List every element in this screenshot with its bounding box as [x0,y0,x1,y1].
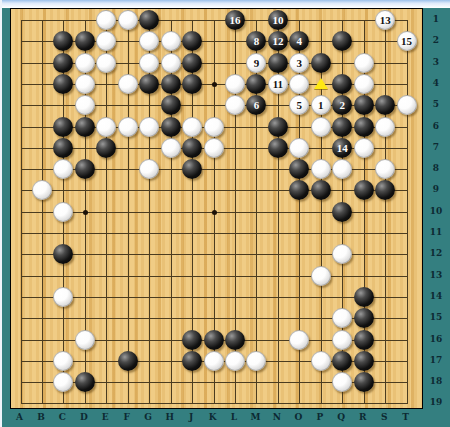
stone-black[interactable] [75,372,95,392]
stone-black[interactable] [268,138,288,158]
stone-black-move-12[interactable]: 12 [268,31,288,51]
stone-white[interactable] [139,53,159,73]
column-label-J: J [181,412,201,422]
stone-white[interactable] [225,74,245,94]
goban[interactable]: 1610138124159311651214 [10,8,423,409]
hoshi-point [212,82,217,87]
stone-black[interactable] [161,95,181,115]
stone-black[interactable] [332,74,352,94]
stone-black[interactable] [53,138,73,158]
column-label-S: S [374,412,394,422]
column-label-D: D [74,412,94,422]
row-label-18: 18 [424,376,448,386]
stone-white[interactable] [332,372,352,392]
stone-white[interactable] [289,74,309,94]
stone-white[interactable] [53,159,73,179]
stone-black[interactable] [354,330,374,350]
stone-white[interactable] [75,330,95,350]
column-label-R: R [353,412,373,422]
stone-white-move-1[interactable]: 1 [311,95,331,115]
grid-line-vertical [407,20,408,404]
row-label-3: 3 [424,57,448,67]
triangle-marker [314,78,328,89]
column-label-L: L [224,412,244,422]
stone-white[interactable] [96,117,116,137]
column-label-E: E [95,412,115,422]
stone-black[interactable] [75,117,95,137]
stone-white[interactable] [311,351,331,371]
row-label-2: 2 [424,35,448,45]
stone-black[interactable] [311,53,331,73]
stone-black[interactable] [354,180,374,200]
stone-black[interactable] [289,159,309,179]
grid-line-vertical [385,20,386,404]
column-label-H: H [160,412,180,422]
column-label-N: N [267,412,287,422]
column-label-K: K [203,412,223,422]
stone-black[interactable] [182,138,202,158]
stone-white[interactable] [332,308,352,328]
stone-black[interactable] [182,330,202,350]
row-label-4: 4 [424,78,448,88]
stone-black-move-4[interactable]: 4 [289,31,309,51]
stone-black[interactable] [332,351,352,371]
stone-white[interactable] [161,31,181,51]
stone-white[interactable] [375,159,395,179]
stone-black[interactable] [332,117,352,137]
stone-black[interactable] [182,159,202,179]
stone-black[interactable] [53,117,73,137]
grid-line-horizontal [21,403,408,404]
stone-black[interactable] [354,117,374,137]
stone-white[interactable] [204,138,224,158]
stone-white-move-5[interactable]: 5 [289,95,309,115]
stone-white[interactable] [118,117,138,137]
stone-white[interactable] [75,95,95,115]
stone-white[interactable] [311,266,331,286]
stone-black[interactable] [354,95,374,115]
row-label-1: 1 [424,14,448,24]
stone-white[interactable] [246,351,266,371]
stone-black[interactable] [375,180,395,200]
stone-black[interactable] [182,53,202,73]
stone-black[interactable] [161,74,181,94]
stone-white-move-11[interactable]: 11 [268,74,288,94]
stone-black[interactable] [118,351,138,371]
grid-line-horizontal [21,297,408,298]
row-label-16: 16 [424,334,448,344]
row-label-13: 13 [424,270,448,280]
stone-white[interactable] [53,287,73,307]
stone-white[interactable] [311,117,331,137]
stone-white[interactable] [118,74,138,94]
grid-line-horizontal [21,233,408,234]
stone-black[interactable] [182,31,202,51]
stone-white[interactable] [332,330,352,350]
stone-black[interactable] [161,117,181,137]
stone-black[interactable] [332,202,352,222]
stone-black[interactable] [182,351,202,371]
stone-black[interactable] [53,244,73,264]
stone-white-move-15[interactable]: 15 [397,31,417,51]
stone-white-move-13[interactable]: 13 [375,10,395,30]
stone-black[interactable] [354,287,374,307]
stone-black[interactable] [53,53,73,73]
stone-black[interactable] [53,31,73,51]
column-label-M: M [245,412,265,422]
stone-white[interactable] [75,53,95,73]
stone-white[interactable] [204,351,224,371]
stone-black[interactable] [268,53,288,73]
stone-white-move-3[interactable]: 3 [289,53,309,73]
stone-white[interactable] [397,95,417,115]
stone-white[interactable] [96,10,116,30]
row-label-15: 15 [424,312,448,322]
stone-white[interactable] [53,202,73,222]
stone-black[interactable] [139,74,159,94]
stone-black[interactable] [354,351,374,371]
stone-white-move-9[interactable]: 9 [246,53,266,73]
stone-black-move-10[interactable]: 10 [268,10,288,30]
stone-black[interactable] [53,74,73,94]
stone-black[interactable] [311,180,331,200]
stone-white[interactable] [96,53,116,73]
stone-black[interactable] [225,330,245,350]
stone-white[interactable] [225,95,245,115]
stone-white[interactable] [139,159,159,179]
stone-white[interactable] [354,53,374,73]
go-app-window: 1610138124159311651214 12345678910111213… [0,0,450,427]
column-label-C: C [52,412,72,422]
window-left-edge [0,0,2,427]
row-label-5: 5 [424,99,448,109]
stone-black-move-6[interactable]: 6 [246,95,266,115]
column-label-F: F [117,412,137,422]
row-label-12: 12 [424,248,448,258]
stone-white[interactable] [32,180,52,200]
stone-white[interactable] [354,74,374,94]
stone-black-move-2[interactable]: 2 [332,95,352,115]
stone-white[interactable] [182,117,202,137]
stone-white[interactable] [375,117,395,137]
hoshi-point [212,210,217,215]
stone-black[interactable] [246,74,266,94]
stone-white[interactable] [53,351,73,371]
row-label-8: 8 [424,163,448,173]
stone-white[interactable] [225,351,245,371]
stone-white[interactable] [354,138,374,158]
stone-white[interactable] [139,117,159,137]
stone-white[interactable] [96,31,116,51]
row-label-9: 9 [424,184,448,194]
stone-white[interactable] [161,53,181,73]
column-label-A: A [10,412,30,422]
stone-white[interactable] [118,10,138,30]
stone-black[interactable] [75,31,95,51]
column-label-O: O [288,412,308,422]
stone-white[interactable] [311,159,331,179]
column-label-T: T [396,412,416,422]
stone-white[interactable] [139,31,159,51]
stone-white[interactable] [161,138,181,158]
stone-white[interactable] [289,330,309,350]
stone-black[interactable] [332,31,352,51]
stone-black[interactable] [96,138,116,158]
row-label-11: 11 [424,227,448,237]
hoshi-point [83,210,88,215]
stone-white[interactable] [204,117,224,137]
column-label-G: G [138,412,158,422]
stone-black-move-16[interactable]: 16 [225,10,245,30]
stone-black[interactable] [204,330,224,350]
column-label-B: B [31,412,51,422]
grid-line-horizontal [21,276,408,277]
row-label-10: 10 [424,206,448,216]
row-label-6: 6 [424,121,448,131]
stone-black[interactable] [354,308,374,328]
stone-white[interactable] [75,74,95,94]
stone-black-move-8[interactable]: 8 [246,31,266,51]
row-label-19: 19 [424,397,448,407]
stone-white[interactable] [53,372,73,392]
stone-black-move-14[interactable]: 14 [332,138,352,158]
column-label-Q: Q [331,412,351,422]
stone-white[interactable] [289,138,309,158]
row-label-17: 17 [424,355,448,365]
row-label-14: 14 [424,291,448,301]
stone-black[interactable] [139,10,159,30]
stone-white[interactable] [332,159,352,179]
stone-white[interactable] [332,244,352,264]
stone-black[interactable] [375,95,395,115]
stone-black[interactable] [182,74,202,94]
stone-black[interactable] [354,372,374,392]
stone-black[interactable] [289,180,309,200]
stone-black[interactable] [268,117,288,137]
row-label-7: 7 [424,142,448,152]
stone-black[interactable] [75,159,95,179]
window-top-strip [0,0,450,8]
column-label-P: P [310,412,330,422]
